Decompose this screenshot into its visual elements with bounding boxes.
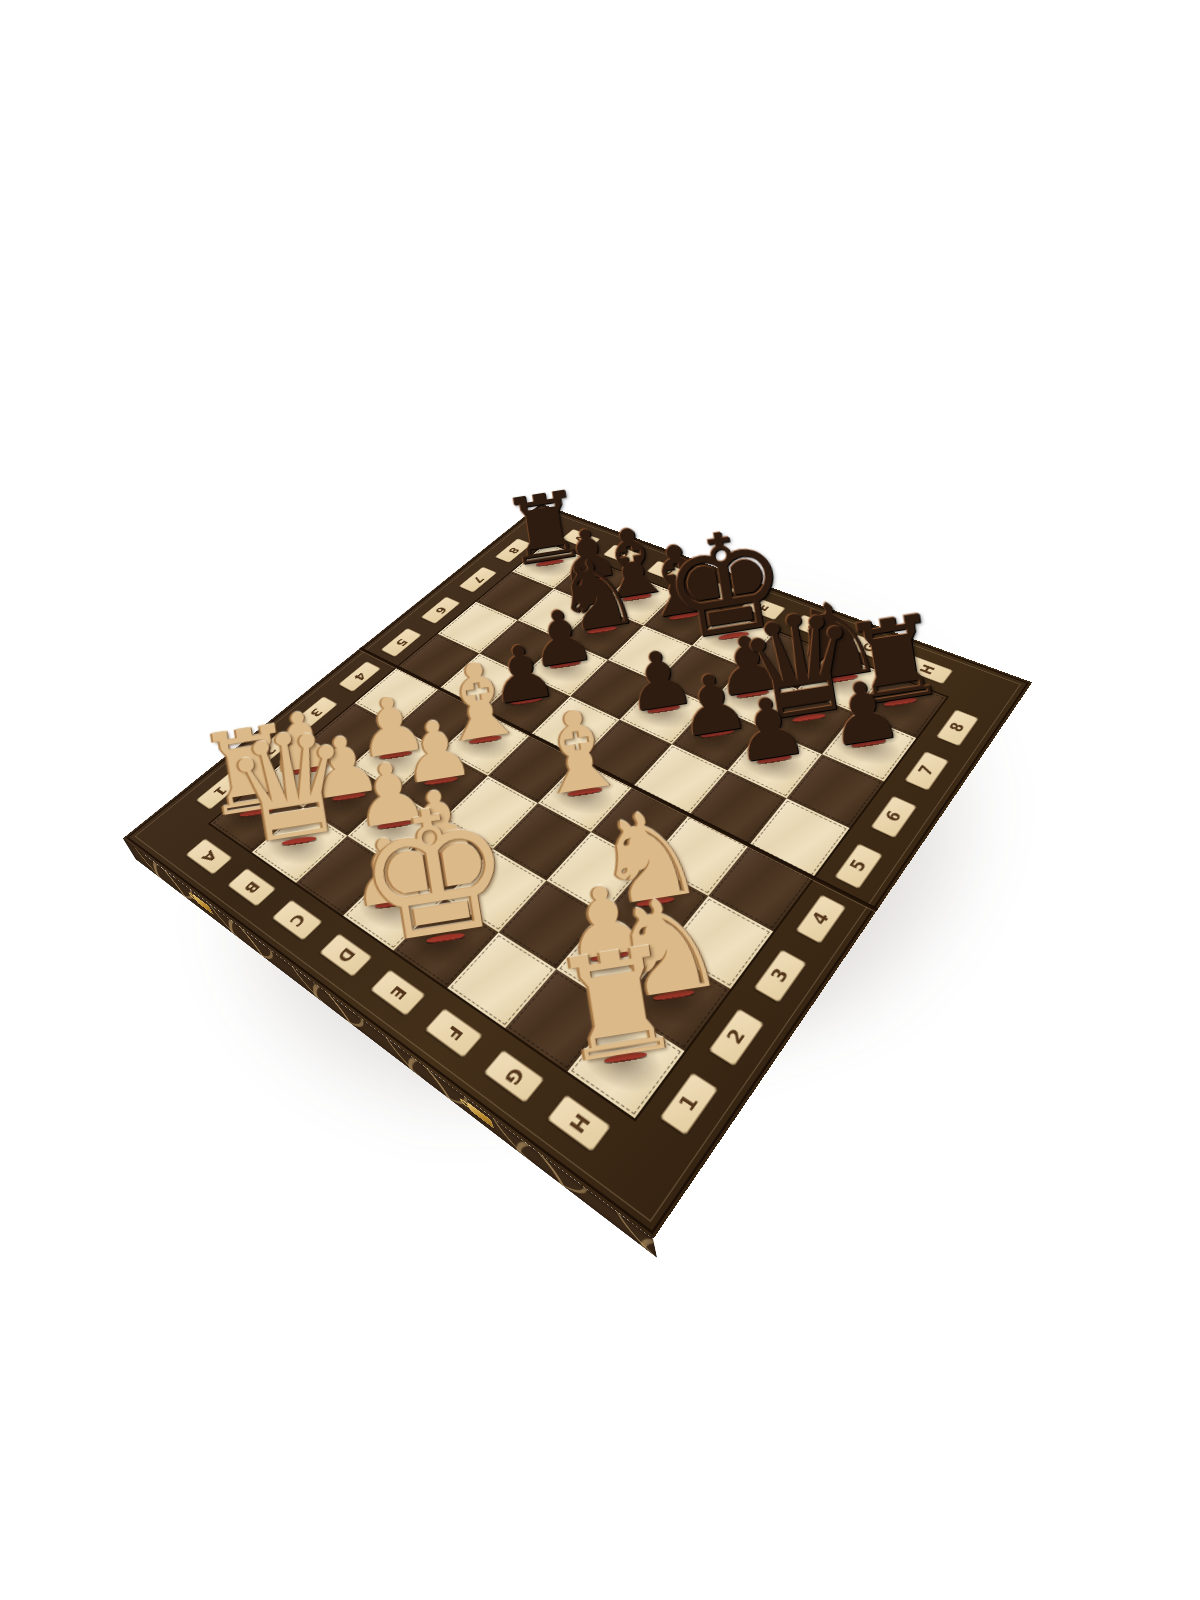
chess-board-box: AABBCCDDEEFFGGHH1122334455667788 ♜♟♝♝♚♞♜… [123,504,1032,1239]
board-top-surface: AABBCCDDEEFFGGHH1122334455667788 ♜♟♝♝♚♞♜… [123,504,1032,1239]
pieces-layer: ♜♟♝♝♚♞♜♞♟♛♟♟♟♟♟♟♝♝♟♟♞♟♟♟♟♟♞♜♚♟♛♜ [123,504,1032,1239]
perspective-camera: AABBCCDDEEFFGGHH1122334455667788 ♜♟♝♝♚♞♜… [207,387,953,1133]
scene-rotation: AABBCCDDEEFFGGHH1122334455667788 ♜♟♝♝♚♞♜… [0,0,1200,1600]
product-photo-canvas: { "game": "chess", "board": { "files": [… [0,0,1200,1600]
piece-white-rook-h1: ♜ [476,811,739,1079]
